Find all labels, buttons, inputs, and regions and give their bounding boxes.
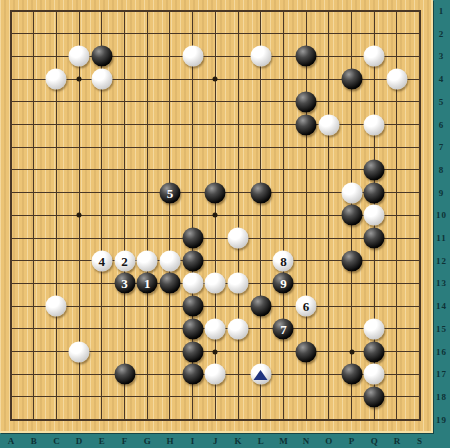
stone-white-J17[interactable] xyxy=(205,364,226,385)
move-number-label: 1 xyxy=(144,277,151,290)
stone-white-Q15[interactable] xyxy=(364,318,385,339)
stone-black-F17[interactable] xyxy=(114,364,135,385)
move-number-label: 5 xyxy=(167,186,174,199)
goban: 542831967 12345678910111213141516171819 … xyxy=(0,0,450,448)
grid-line-vertical xyxy=(238,10,239,421)
stone-white-E12[interactable]: 4 xyxy=(91,250,112,271)
column-label-E: E xyxy=(96,436,109,446)
row-label-6: 6 xyxy=(433,120,450,130)
stone-black-L9[interactable] xyxy=(250,182,271,203)
stone-white-R4[interactable] xyxy=(386,69,407,90)
column-label-C: C xyxy=(50,436,63,446)
row-label-1: 1 xyxy=(433,6,450,16)
stone-black-I14[interactable] xyxy=(182,296,203,317)
row-label-4: 4 xyxy=(433,74,450,84)
board[interactable]: 542831967 xyxy=(0,0,433,433)
stone-white-C4[interactable] xyxy=(46,69,67,90)
stone-black-H13[interactable] xyxy=(159,273,180,294)
column-label-M: M xyxy=(277,436,290,446)
row-label-8: 8 xyxy=(433,165,450,175)
column-label-Q: Q xyxy=(368,436,381,446)
stone-white-Q6[interactable] xyxy=(364,114,385,135)
row-label-5: 5 xyxy=(433,97,450,107)
stone-black-H9[interactable]: 5 xyxy=(159,182,180,203)
hoshi-point xyxy=(213,349,218,354)
stone-white-Q3[interactable] xyxy=(364,46,385,67)
row-label-3: 3 xyxy=(433,51,450,61)
stone-white-K11[interactable] xyxy=(228,228,249,249)
grid-line-vertical xyxy=(419,10,421,421)
column-label-D: D xyxy=(73,436,86,446)
stone-black-M13[interactable]: 9 xyxy=(273,273,294,294)
stone-black-E3[interactable] xyxy=(91,46,112,67)
stone-white-N14[interactable]: 6 xyxy=(296,296,317,317)
move-number-label: 3 xyxy=(121,277,128,290)
stone-black-M15[interactable]: 7 xyxy=(273,318,294,339)
stone-white-J13[interactable] xyxy=(205,273,226,294)
hoshi-point xyxy=(77,77,82,82)
grid-line-horizontal xyxy=(10,419,421,421)
grid-line-vertical xyxy=(328,10,329,421)
column-label-S: S xyxy=(414,436,427,446)
stone-white-K13[interactable] xyxy=(228,273,249,294)
column-label-J: J xyxy=(209,436,222,446)
row-label-12: 12 xyxy=(433,256,450,266)
row-label-18: 18 xyxy=(433,392,450,402)
stone-white-K15[interactable] xyxy=(228,318,249,339)
stone-black-N16[interactable] xyxy=(296,341,317,362)
stone-white-I13[interactable] xyxy=(182,273,203,294)
move-number-label: 8 xyxy=(280,254,287,267)
stone-black-L14[interactable] xyxy=(250,296,271,317)
grid-line-horizontal xyxy=(10,396,421,397)
hoshi-point xyxy=(213,77,218,82)
column-label-P: P xyxy=(346,436,359,446)
row-label-13: 13 xyxy=(433,278,450,288)
row-label-7: 7 xyxy=(433,142,450,152)
stone-white-D3[interactable] xyxy=(69,46,90,67)
stone-white-G12[interactable] xyxy=(137,250,158,271)
stone-black-P10[interactable] xyxy=(341,205,362,226)
stone-black-I16[interactable] xyxy=(182,341,203,362)
stone-white-D16[interactable] xyxy=(69,341,90,362)
row-label-17: 17 xyxy=(433,369,450,379)
column-label-A: A xyxy=(5,436,18,446)
stone-black-I15[interactable] xyxy=(182,318,203,339)
column-label-H: H xyxy=(164,436,177,446)
stone-white-L3[interactable] xyxy=(250,46,271,67)
stone-white-C14[interactable] xyxy=(46,296,67,317)
stone-white-L17[interactable] xyxy=(250,364,271,385)
row-label-9: 9 xyxy=(433,188,450,198)
stone-black-I17[interactable] xyxy=(182,364,203,385)
column-label-F: F xyxy=(119,436,132,446)
column-label-O: O xyxy=(323,436,336,446)
stone-white-H12[interactable] xyxy=(159,250,180,271)
row-label-15: 15 xyxy=(433,324,450,334)
stone-black-P17[interactable] xyxy=(341,364,362,385)
row-label-2: 2 xyxy=(433,29,450,39)
stone-black-Q16[interactable] xyxy=(364,341,385,362)
move-number-label: 9 xyxy=(280,277,287,290)
stone-white-O6[interactable] xyxy=(318,114,339,135)
hoshi-point xyxy=(213,213,218,218)
column-label-K: K xyxy=(232,436,245,446)
column-label-B: B xyxy=(28,436,41,446)
stone-white-P9[interactable] xyxy=(341,182,362,203)
column-label-I: I xyxy=(187,436,200,446)
stone-black-F13[interactable]: 3 xyxy=(114,273,135,294)
stone-black-P12[interactable] xyxy=(341,250,362,271)
row-label-11: 11 xyxy=(433,233,450,243)
stone-white-E4[interactable] xyxy=(91,69,112,90)
stone-black-G13[interactable]: 1 xyxy=(137,273,158,294)
row-label-10: 10 xyxy=(433,210,450,220)
stone-white-J15[interactable] xyxy=(205,318,226,339)
column-label-G: G xyxy=(141,436,154,446)
grid-line-vertical xyxy=(260,10,261,421)
stone-white-I3[interactable] xyxy=(182,46,203,67)
hoshi-point xyxy=(349,349,354,354)
stone-white-F12[interactable]: 2 xyxy=(114,250,135,271)
triangle-mark-icon xyxy=(254,370,268,380)
stone-black-Q8[interactable] xyxy=(364,159,385,180)
stone-black-N3[interactable] xyxy=(296,46,317,67)
stone-white-M12[interactable]: 8 xyxy=(273,250,294,271)
stone-white-Q17[interactable] xyxy=(364,364,385,385)
move-number-label: 6 xyxy=(303,300,310,313)
stone-black-I12[interactable] xyxy=(182,250,203,271)
row-label-19: 19 xyxy=(433,415,450,425)
move-number-label: 2 xyxy=(121,254,128,267)
column-label-N: N xyxy=(300,436,313,446)
move-number-label: 7 xyxy=(280,322,287,335)
column-label-R: R xyxy=(391,436,404,446)
stone-black-Q11[interactable] xyxy=(364,228,385,249)
column-label-L: L xyxy=(255,436,268,446)
stone-white-Q10[interactable] xyxy=(364,205,385,226)
stone-black-Q9[interactable] xyxy=(364,182,385,203)
grid-line-horizontal xyxy=(10,306,421,307)
stone-black-I11[interactable] xyxy=(182,228,203,249)
row-label-16: 16 xyxy=(433,347,450,357)
stone-black-J9[interactable] xyxy=(205,182,226,203)
grid-line-vertical xyxy=(283,10,284,421)
stone-black-N6[interactable] xyxy=(296,114,317,135)
hoshi-point xyxy=(77,213,82,218)
stone-black-P4[interactable] xyxy=(341,69,362,90)
grid-line-horizontal xyxy=(10,238,421,239)
stone-black-Q18[interactable] xyxy=(364,386,385,407)
row-label-14: 14 xyxy=(433,301,450,311)
stone-black-N5[interactable] xyxy=(296,91,317,112)
move-number-label: 4 xyxy=(99,254,106,267)
